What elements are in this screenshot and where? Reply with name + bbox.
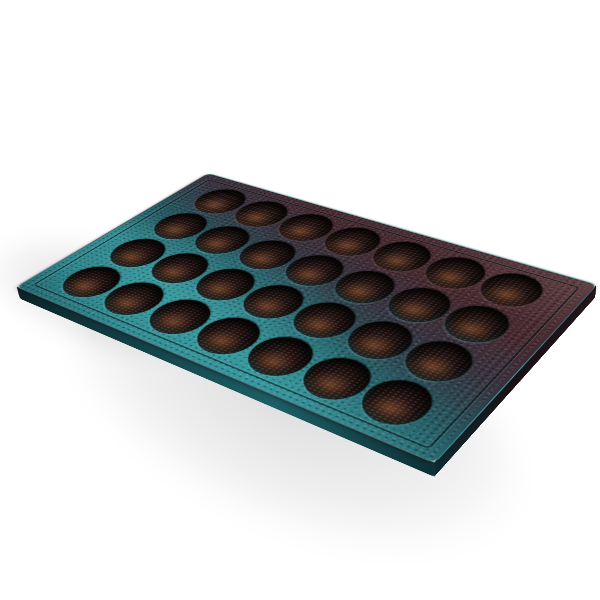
mancala-board-tray [16, 173, 597, 463]
pit-r4c3[interactable] [137, 294, 223, 341]
scene [0, 0, 600, 600]
